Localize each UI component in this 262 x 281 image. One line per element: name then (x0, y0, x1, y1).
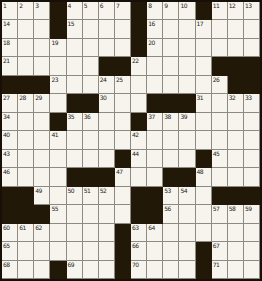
black-cell-r15c8 (115, 261, 131, 279)
cell-r5c6[interactable] (83, 76, 99, 94)
cell-r14c3[interactable] (34, 242, 50, 260)
cell-r15c5[interactable]: 69 (67, 261, 83, 279)
black-cell-r5c15 (228, 76, 244, 94)
cell-r7c16[interactable] (244, 113, 260, 131)
cell-r1c12[interactable]: 10 (179, 2, 195, 20)
clue-number-41: 41 (51, 131, 58, 138)
cell-r14c7[interactable] (99, 242, 115, 260)
black-cell-r6c11 (163, 94, 179, 112)
cell-r2c14[interactable] (212, 20, 228, 38)
clue-number-9: 9 (164, 2, 167, 9)
black-cell-r11c1 (2, 187, 18, 205)
clue-number-42: 42 (132, 131, 139, 138)
cell-r14c2[interactable] (18, 242, 34, 260)
black-cell-r11c15 (228, 187, 244, 205)
cell-r14c9[interactable]: 66 (131, 242, 147, 260)
cell-r9c2[interactable] (18, 150, 34, 168)
clue-number-71: 71 (213, 261, 220, 268)
clue-number-14: 14 (3, 20, 10, 27)
cell-r5c14[interactable]: 26 (212, 76, 228, 94)
black-cell-r14c13 (196, 242, 212, 260)
cell-r11c3[interactable]: 49 (34, 187, 50, 205)
cell-r4c4[interactable] (50, 57, 66, 75)
cell-r6c4[interactable] (50, 94, 66, 112)
black-cell-r10c12 (179, 168, 195, 186)
black-cell-r6c6 (83, 94, 99, 112)
cell-r7c1[interactable]: 34 (2, 113, 18, 131)
clue-number-46: 46 (3, 168, 10, 175)
cell-r9c12[interactable] (179, 150, 195, 168)
cell-r4c13[interactable] (196, 57, 212, 75)
clue-number-70: 70 (132, 261, 139, 268)
cell-r13c2[interactable]: 61 (18, 224, 34, 242)
clue-number-2: 2 (19, 2, 22, 9)
clue-number-65: 65 (3, 242, 10, 249)
clue-number-36: 36 (84, 113, 91, 120)
cell-r12c4[interactable]: 55 (50, 205, 66, 223)
cell-r2c1[interactable]: 14 (2, 20, 18, 38)
cell-r1c14[interactable]: 11 (212, 2, 228, 20)
cell-r12c14[interactable]: 57 (212, 205, 228, 223)
black-cell-r5c1 (2, 76, 18, 94)
cell-r1c16[interactable]: 13 (244, 2, 260, 20)
cell-r9c10[interactable] (147, 150, 163, 168)
black-cell-r4c16 (244, 57, 260, 75)
cell-r7c13[interactable] (196, 113, 212, 131)
cell-r6c14[interactable] (212, 94, 228, 112)
cell-r13c10[interactable]: 64 (147, 224, 163, 242)
clue-number-18: 18 (3, 39, 10, 46)
cell-r2c16[interactable] (244, 20, 260, 38)
clue-number-60: 60 (3, 224, 10, 231)
clue-number-21: 21 (3, 57, 10, 64)
cell-r6c13[interactable]: 31 (196, 94, 212, 112)
cell-r9c4[interactable] (50, 150, 66, 168)
cell-r14c12[interactable] (179, 242, 195, 260)
cell-r1c7[interactable]: 6 (99, 2, 115, 20)
cell-r15c12[interactable] (179, 261, 195, 279)
cell-r8c6[interactable] (83, 131, 99, 149)
clue-number-33: 33 (245, 94, 252, 101)
cell-r13c6[interactable] (83, 224, 99, 242)
black-cell-r10c11 (163, 168, 179, 186)
cell-r14c4[interactable] (50, 242, 66, 260)
black-cell-r6c5 (67, 94, 83, 112)
black-cell-r5c16 (244, 76, 260, 94)
black-cell-r3c9 (131, 39, 147, 57)
cell-r3c12[interactable] (179, 39, 195, 57)
cell-r8c16[interactable] (244, 131, 260, 149)
cell-r10c8[interactable]: 47 (115, 168, 131, 186)
cell-r2c11[interactable] (163, 20, 179, 38)
cell-r3c11[interactable] (163, 39, 179, 57)
cell-r14c16[interactable] (244, 242, 260, 260)
cell-r10c4[interactable] (50, 168, 66, 186)
cell-r14c5[interactable] (67, 242, 83, 260)
cell-r8c13[interactable] (196, 131, 212, 149)
cell-r3c1[interactable]: 18 (2, 39, 18, 57)
clue-number-48: 48 (197, 168, 204, 175)
cell-r8c3[interactable] (34, 131, 50, 149)
black-cell-r1c9 (131, 2, 147, 20)
cell-r13c9[interactable]: 63 (131, 224, 147, 242)
cell-r7c11[interactable]: 38 (163, 113, 179, 131)
black-cell-r2c4 (50, 20, 66, 38)
cell-r4c11[interactable] (163, 57, 179, 75)
black-cell-r11c2 (18, 187, 34, 205)
cell-r13c7[interactable] (99, 224, 115, 242)
cell-r9c11[interactable] (163, 150, 179, 168)
cell-r10c3[interactable] (34, 168, 50, 186)
cell-r8c10[interactable] (147, 131, 163, 149)
clue-number-58: 58 (229, 205, 236, 212)
cell-r5c5[interactable] (67, 76, 83, 94)
cell-r11c4[interactable] (50, 187, 66, 205)
clue-number-67: 67 (213, 242, 220, 249)
cell-r3c16[interactable] (244, 39, 260, 57)
black-cell-r15c13 (196, 261, 212, 279)
clue-number-8: 8 (148, 2, 151, 9)
cell-r7c10[interactable]: 37 (147, 113, 163, 131)
clue-number-31: 31 (197, 94, 204, 101)
cell-r9c15[interactable] (228, 150, 244, 168)
clue-number-37: 37 (148, 113, 155, 120)
cell-r4c1[interactable]: 21 (2, 57, 18, 75)
clue-number-49: 49 (35, 187, 42, 194)
cell-r11c11[interactable]: 53 (163, 187, 179, 205)
cell-r8c15[interactable] (228, 131, 244, 149)
cell-r6c7[interactable]: 30 (99, 94, 115, 112)
cell-r9c7[interactable] (99, 150, 115, 168)
black-cell-r11c9 (131, 187, 147, 205)
clue-number-34: 34 (3, 113, 10, 120)
cell-r1c5[interactable]: 4 (67, 2, 83, 20)
cell-r12c15[interactable]: 58 (228, 205, 244, 223)
cell-r15c2[interactable] (18, 261, 34, 279)
cell-r3c5[interactable] (67, 39, 83, 57)
cell-r7c6[interactable]: 36 (83, 113, 99, 131)
black-cell-r2c9 (131, 20, 147, 38)
cell-r12c13[interactable] (196, 205, 212, 223)
clue-number-47: 47 (116, 168, 123, 175)
cell-r1c1[interactable]: 1 (2, 2, 18, 20)
cell-r2c10[interactable]: 16 (147, 20, 163, 38)
clue-number-50: 50 (68, 187, 75, 194)
cell-r5c4[interactable]: 23 (50, 76, 66, 94)
black-cell-r6c12 (179, 94, 195, 112)
cell-r11c6[interactable]: 51 (83, 187, 99, 205)
cell-r11c7[interactable]: 52 (99, 187, 115, 205)
clue-number-20: 20 (148, 39, 155, 46)
clue-number-57: 57 (213, 205, 220, 212)
cell-r11c5[interactable]: 50 (67, 187, 83, 205)
cell-r5c11[interactable] (163, 76, 179, 94)
cell-r15c1[interactable]: 68 (2, 261, 18, 279)
cell-r14c15[interactable] (228, 242, 244, 260)
cell-r7c14[interactable] (212, 113, 228, 131)
clue-number-68: 68 (3, 261, 10, 268)
cell-r12c8[interactable] (115, 205, 131, 223)
cell-r5c8[interactable]: 25 (115, 76, 131, 94)
cell-r6c8[interactable] (115, 94, 131, 112)
cell-r15c11[interactable] (163, 261, 179, 279)
clue-number-28: 28 (19, 94, 26, 101)
cell-r7c8[interactable] (115, 113, 131, 131)
clue-number-13: 13 (245, 2, 252, 9)
cell-r3c14[interactable] (212, 39, 228, 57)
cell-r7c3[interactable] (34, 113, 50, 131)
cell-r13c4[interactable] (50, 224, 66, 242)
cell-r1c10[interactable]: 8 (147, 2, 163, 20)
cell-r8c14[interactable] (212, 131, 228, 149)
clue-number-19: 19 (51, 39, 58, 46)
cell-r10c1[interactable]: 46 (2, 168, 18, 186)
cell-r10c10[interactable] (147, 168, 163, 186)
cell-r14c10[interactable] (147, 242, 163, 260)
cell-r13c11[interactable] (163, 224, 179, 242)
cell-r2c6[interactable] (83, 20, 99, 38)
cell-r13c3[interactable]: 62 (34, 224, 50, 242)
cell-r12c11[interactable]: 56 (163, 205, 179, 223)
cell-r12c5[interactable] (67, 205, 83, 223)
cell-r5c7[interactable]: 24 (99, 76, 115, 94)
clue-number-7: 7 (116, 2, 119, 9)
cell-r15c9[interactable]: 70 (131, 261, 147, 279)
clue-number-23: 23 (51, 76, 58, 83)
cell-r2c15[interactable] (228, 20, 244, 38)
cell-r7c2[interactable] (18, 113, 34, 131)
cell-r3c4[interactable]: 19 (50, 39, 66, 57)
black-cell-r4c7 (99, 57, 115, 75)
cell-r9c14[interactable]: 45 (212, 150, 228, 168)
clue-number-43: 43 (3, 150, 10, 157)
cell-r1c15[interactable]: 12 (228, 2, 244, 20)
clue-number-66: 66 (132, 242, 139, 249)
cell-r15c14[interactable]: 71 (212, 261, 228, 279)
crossword-puzzle: 1234567891011121314151617181920212223242… (0, 0, 262, 281)
cell-r1c3[interactable]: 3 (34, 2, 50, 20)
cell-r9c3[interactable] (34, 150, 50, 168)
cell-r2c7[interactable] (99, 20, 115, 38)
cell-r5c9[interactable] (131, 76, 147, 94)
cell-r11c12[interactable]: 54 (179, 187, 195, 205)
cell-r9c5[interactable] (67, 150, 83, 168)
cell-r11c8[interactable] (115, 187, 131, 205)
black-cell-r13c8 (115, 224, 131, 242)
cell-r5c10[interactable] (147, 76, 163, 94)
cell-r1c2[interactable]: 2 (18, 2, 34, 20)
cell-r4c5[interactable] (67, 57, 83, 75)
black-cell-r4c14 (212, 57, 228, 75)
cell-r13c13[interactable] (196, 224, 212, 242)
clue-number-15: 15 (68, 20, 75, 27)
cell-r10c15[interactable] (228, 168, 244, 186)
cell-r3c2[interactable] (18, 39, 34, 57)
cell-r15c6[interactable] (83, 261, 99, 279)
black-cell-r11c16 (244, 187, 260, 205)
cell-r12c16[interactable]: 59 (244, 205, 260, 223)
black-cell-r9c13 (196, 150, 212, 168)
cell-r7c5[interactable]: 35 (67, 113, 83, 131)
clue-number-16: 16 (148, 20, 155, 27)
clue-number-38: 38 (164, 113, 171, 120)
cell-r5c12[interactable] (179, 76, 195, 94)
cell-r10c14[interactable] (212, 168, 228, 186)
cell-r8c7[interactable] (99, 131, 115, 149)
cell-r3c7[interactable] (99, 39, 115, 57)
cell-r3c8[interactable] (115, 39, 131, 57)
clue-number-17: 17 (197, 20, 204, 27)
cell-r13c14[interactable] (212, 224, 228, 242)
black-cell-r7c4 (50, 113, 66, 131)
black-cell-r1c4 (50, 2, 66, 20)
cell-r11c13[interactable] (196, 187, 212, 205)
cell-r4c2[interactable] (18, 57, 34, 75)
black-cell-r4c15 (228, 57, 244, 75)
cell-r13c16[interactable] (244, 224, 260, 242)
cell-r2c8[interactable] (115, 20, 131, 38)
black-cell-r7c9 (131, 113, 147, 131)
clue-number-1: 1 (3, 2, 6, 9)
cell-r2c3[interactable] (34, 20, 50, 38)
black-cell-r9c8 (115, 150, 131, 168)
black-cell-r14c8 (115, 242, 131, 260)
cell-r8c12[interactable] (179, 131, 195, 149)
clue-number-63: 63 (132, 224, 139, 231)
cell-r3c10[interactable]: 20 (147, 39, 163, 57)
clue-number-26: 26 (213, 76, 220, 83)
cell-r12c6[interactable] (83, 205, 99, 223)
cell-r14c6[interactable] (83, 242, 99, 260)
cell-r14c11[interactable] (163, 242, 179, 260)
clue-number-25: 25 (116, 76, 123, 83)
clue-number-11: 11 (213, 2, 220, 9)
clue-number-44: 44 (132, 150, 139, 157)
black-cell-r11c10 (147, 187, 163, 205)
cell-r10c9[interactable] (131, 168, 147, 186)
crossword-grid: 1234567891011121314151617181920212223242… (0, 0, 262, 281)
clue-number-54: 54 (180, 187, 187, 194)
clue-number-45: 45 (213, 150, 220, 157)
cell-r8c9[interactable]: 42 (131, 131, 147, 149)
cell-r3c15[interactable] (228, 39, 244, 57)
cell-r2c13[interactable]: 17 (196, 20, 212, 38)
cell-r4c12[interactable] (179, 57, 195, 75)
cell-r1c8[interactable]: 7 (115, 2, 131, 20)
cell-r13c12[interactable] (179, 224, 195, 242)
cell-r7c12[interactable]: 39 (179, 113, 195, 131)
cell-r4c10[interactable] (147, 57, 163, 75)
cell-r7c7[interactable] (99, 113, 115, 131)
clue-number-62: 62 (35, 224, 42, 231)
clue-number-61: 61 (19, 224, 26, 231)
cell-r3c6[interactable] (83, 39, 99, 57)
cell-r13c15[interactable] (228, 224, 244, 242)
clue-number-52: 52 (100, 187, 107, 194)
cell-r13c1[interactable]: 60 (2, 224, 18, 242)
cell-r5c13[interactable] (196, 76, 212, 94)
cell-r9c16[interactable] (244, 150, 260, 168)
black-cell-r10c6 (83, 168, 99, 186)
cell-r6c1[interactable]: 27 (2, 94, 18, 112)
cell-r15c15[interactable] (228, 261, 244, 279)
cell-r10c16[interactable] (244, 168, 260, 186)
cell-r6c16[interactable]: 33 (244, 94, 260, 112)
clue-number-55: 55 (51, 205, 58, 212)
cell-r8c5[interactable] (67, 131, 83, 149)
black-cell-r12c1 (2, 205, 18, 223)
black-cell-r4c8 (115, 57, 131, 75)
black-cell-r1c13 (196, 2, 212, 20)
cell-r15c10[interactable] (147, 261, 163, 279)
cell-r8c11[interactable] (163, 131, 179, 149)
clue-number-51: 51 (84, 187, 91, 194)
cell-r2c12[interactable] (179, 20, 195, 38)
cell-r13c5[interactable] (67, 224, 83, 242)
cell-r6c2[interactable]: 28 (18, 94, 34, 112)
black-cell-r12c3 (34, 205, 50, 223)
cell-r4c6[interactable] (83, 57, 99, 75)
cell-r8c8[interactable] (115, 131, 131, 149)
cell-r15c7[interactable] (99, 261, 115, 279)
cell-r4c9[interactable]: 22 (131, 57, 147, 75)
cell-r2c2[interactable] (18, 20, 34, 38)
cell-r9c6[interactable] (83, 150, 99, 168)
cell-r10c13[interactable]: 48 (196, 168, 212, 186)
cell-r1c11[interactable]: 9 (163, 2, 179, 20)
clue-number-64: 64 (148, 224, 155, 231)
clue-number-4: 4 (68, 2, 71, 9)
clue-number-69: 69 (68, 261, 75, 268)
black-cell-r6c10 (147, 94, 163, 112)
cell-r9c1[interactable]: 43 (2, 150, 18, 168)
clue-number-35: 35 (68, 113, 75, 120)
cell-r12c7[interactable] (99, 205, 115, 223)
cell-r15c16[interactable] (244, 261, 260, 279)
cell-r6c3[interactable]: 29 (34, 94, 50, 112)
black-cell-r12c2 (18, 205, 34, 223)
clue-number-5: 5 (84, 2, 87, 9)
clue-number-53: 53 (164, 187, 171, 194)
cell-r8c4[interactable]: 41 (50, 131, 66, 149)
cell-r6c9[interactable] (131, 94, 147, 112)
cell-r3c13[interactable] (196, 39, 212, 57)
cell-r3c3[interactable] (34, 39, 50, 57)
clue-number-24: 24 (100, 76, 107, 83)
cell-r8c1[interactable]: 40 (2, 131, 18, 149)
cell-r14c1[interactable]: 65 (2, 242, 18, 260)
cell-r9c9[interactable]: 44 (131, 150, 147, 168)
cell-r15c3[interactable] (34, 261, 50, 279)
cell-r8c2[interactable] (18, 131, 34, 149)
black-cell-r15c4 (50, 261, 66, 279)
cell-r2c5[interactable]: 15 (67, 20, 83, 38)
clue-number-12: 12 (229, 2, 236, 9)
cell-r7c15[interactable] (228, 113, 244, 131)
clue-number-30: 30 (100, 94, 107, 101)
cell-r1c6[interactable]: 5 (83, 2, 99, 20)
black-cell-r11c14 (212, 187, 228, 205)
clue-number-6: 6 (100, 2, 103, 9)
clue-number-32: 32 (229, 94, 236, 101)
clue-number-56: 56 (164, 205, 171, 212)
cell-r4c3[interactable] (34, 57, 50, 75)
cell-r6c15[interactable]: 32 (228, 94, 244, 112)
cell-r14c14[interactable]: 67 (212, 242, 228, 260)
cell-r10c2[interactable] (18, 168, 34, 186)
clue-number-10: 10 (180, 2, 187, 9)
cell-r12c12[interactable] (179, 205, 195, 223)
